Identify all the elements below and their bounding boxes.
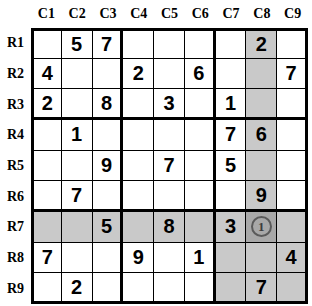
cell-R8C6[interactable]: 1 [185,243,216,274]
cell-R1C9[interactable] [277,28,308,59]
cell-R4C2[interactable]: 1 [62,120,93,151]
cell-R8C2[interactable] [62,243,93,274]
cell-R2C6[interactable]: 6 [185,59,216,90]
cell-R5C4[interactable] [123,151,154,182]
column-labels: C1C2C3C4C5C6C7C8C9 [31,0,308,28]
row-label-R8: R8 [0,243,31,274]
cell-R2C1[interactable]: 4 [31,59,62,90]
cell-R7C7[interactable]: 3 [216,212,247,243]
sudoku-board: 57242672831176975795831791427 [31,28,308,304]
cell-R5C8[interactable] [246,151,277,182]
cell-R5C2[interactable] [62,151,93,182]
col-label-C1: C1 [31,0,62,28]
cell-R4C5[interactable] [154,120,185,151]
cell-R8C5[interactable] [154,243,185,274]
cell-R4C1[interactable] [31,120,62,151]
col-label-C8: C8 [246,0,277,28]
cell-R8C9[interactable]: 4 [277,243,308,274]
cell-R4C8[interactable]: 6 [246,120,277,151]
row-label-R7: R7 [0,212,31,243]
cell-R7C4[interactable] [123,212,154,243]
cell-R9C5[interactable] [154,273,185,304]
cell-R9C3[interactable] [93,273,124,304]
cell-R4C7[interactable]: 7 [216,120,247,151]
cell-R1C2[interactable]: 5 [62,28,93,59]
cell-R7C8[interactable]: 1 [246,212,277,243]
sudoku-diagram: C1C2C3C4C5C6C7C8C9 R1R2R3R4R5R6R7R8R9 57… [0,0,312,306]
cell-R7C5[interactable]: 8 [154,212,185,243]
cell-R6C8[interactable]: 9 [246,181,277,212]
cell-R4C9[interactable] [277,120,308,151]
cell-R7C2[interactable] [62,212,93,243]
row-label-R9: R9 [0,273,31,304]
cell-R8C4[interactable]: 9 [123,243,154,274]
col-label-C6: C6 [185,0,216,28]
cell-R6C7[interactable] [216,181,247,212]
cell-R6C4[interactable] [123,181,154,212]
cell-R6C1[interactable] [31,181,62,212]
cell-R6C2[interactable]: 7 [62,181,93,212]
col-label-C2: C2 [62,0,93,28]
col-label-C5: C5 [154,0,185,28]
cell-R7C9[interactable] [277,212,308,243]
cell-R6C5[interactable] [154,181,185,212]
cell-R3C1[interactable]: 2 [31,89,62,120]
cell-R2C4[interactable]: 2 [123,59,154,90]
cell-R9C6[interactable] [185,273,216,304]
cell-R8C3[interactable] [93,243,124,274]
cell-R3C3[interactable]: 8 [93,89,124,120]
col-label-C9: C9 [277,0,308,28]
row-label-R5: R5 [0,151,31,182]
cell-R9C8[interactable]: 7 [246,273,277,304]
cell-R4C3[interactable] [93,120,124,151]
col-label-C7: C7 [216,0,247,28]
cell-R2C8[interactable] [246,59,277,90]
row-label-R1: R1 [0,28,31,59]
cell-R2C2[interactable] [62,59,93,90]
cell-R9C4[interactable] [123,273,154,304]
row-label-R6: R6 [0,181,31,212]
cell-R3C8[interactable] [246,89,277,120]
cell-R4C6[interactable] [185,120,216,151]
col-label-C3: C3 [93,0,124,28]
cell-R9C7[interactable] [216,273,247,304]
row-label-R4: R4 [0,120,31,151]
cell-R1C7[interactable] [216,28,247,59]
cell-R5C5[interactable]: 7 [154,151,185,182]
cell-R8C7[interactable] [216,243,247,274]
cell-R3C5[interactable]: 3 [154,89,185,120]
cell-R9C1[interactable] [31,273,62,304]
cell-R7C1[interactable] [31,212,62,243]
cell-R5C1[interactable] [31,151,62,182]
cell-R1C8[interactable]: 2 [246,28,277,59]
cell-R3C7[interactable]: 1 [216,89,247,120]
cell-R2C7[interactable] [216,59,247,90]
cell-R5C7[interactable]: 5 [216,151,247,182]
cell-R1C1[interactable] [31,28,62,59]
cell-R4C4[interactable] [123,120,154,151]
cell-R5C6[interactable] [185,151,216,182]
cell-R9C9[interactable] [277,273,308,304]
cell-R6C9[interactable] [277,181,308,212]
cell-R3C4[interactable] [123,89,154,120]
cell-R5C9[interactable] [277,151,308,182]
cell-R1C4[interactable] [123,28,154,59]
cell-R9C2[interactable]: 2 [62,273,93,304]
cell-R1C6[interactable] [185,28,216,59]
cell-R3C9[interactable] [277,89,308,120]
row-label-R3: R3 [0,89,31,120]
cell-R2C3[interactable] [93,59,124,90]
row-labels: R1R2R3R4R5R6R7R8R9 [0,28,31,304]
cell-R1C3[interactable]: 7 [93,28,124,59]
circled-digit: 1 [251,216,272,237]
cell-R7C3[interactable]: 5 [93,212,124,243]
cell-R2C9[interactable]: 7 [277,59,308,90]
cell-R1C5[interactable] [154,28,185,59]
cell-R3C2[interactable] [62,89,93,120]
cell-R2C5[interactable] [154,59,185,90]
cell-R5C3[interactable]: 9 [93,151,124,182]
cell-R7C6[interactable] [185,212,216,243]
cell-R6C3[interactable] [93,181,124,212]
cell-R3C6[interactable] [185,89,216,120]
row-label-R2: R2 [0,59,31,90]
cell-R8C8[interactable] [246,243,277,274]
col-label-C4: C4 [123,0,154,28]
cell-R6C6[interactable] [185,181,216,212]
cell-R8C1[interactable]: 7 [31,243,62,274]
